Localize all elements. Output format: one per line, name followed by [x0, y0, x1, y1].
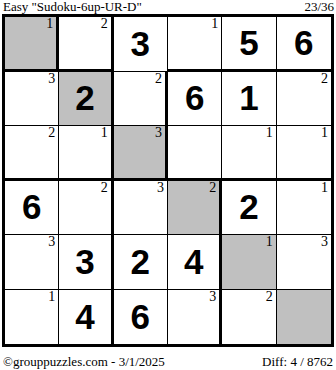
cell-r3c1[interactable]: 2	[5, 126, 59, 181]
pencil-hint: 2	[101, 16, 108, 32]
cell-r5c1[interactable]: 3	[5, 235, 59, 290]
cell-value: 2	[59, 72, 110, 126]
pencil-hint: 2	[101, 180, 108, 196]
cell-r2c3[interactable]: 2	[114, 72, 168, 127]
page-title: Easy "Sudoku-6up-UR-D"	[3, 0, 142, 13]
cell-r4c6[interactable]: 1	[277, 181, 331, 236]
pencil-hint: 3	[209, 289, 216, 305]
pencil-hint: 1	[266, 125, 273, 141]
cell-r6c1[interactable]: 1	[5, 290, 59, 345]
pencil-hint: 1	[46, 16, 53, 32]
cell-value: 6	[114, 290, 167, 345]
cell-r5c4[interactable]: 4	[168, 235, 222, 290]
sudoku-board: 1231563226122131162322133241314632	[2, 14, 334, 347]
cell-value: 6	[168, 72, 221, 126]
cell-r1c6[interactable]: 6	[277, 17, 331, 72]
cell-r5c3[interactable]: 2	[114, 235, 168, 290]
pencil-hint: 3	[157, 180, 164, 196]
cell-r1c2[interactable]: 2	[59, 17, 113, 72]
pencil-hint: 3	[48, 71, 55, 87]
cell-value: 3	[59, 235, 110, 289]
cell-r3c2[interactable]: 1	[59, 126, 113, 181]
pencil-hint: 2	[48, 125, 55, 141]
cell-r2c6[interactable]: 2	[277, 72, 331, 127]
cell-value: 2	[114, 235, 167, 289]
cell-r5c6[interactable]: 3	[277, 235, 331, 290]
pencil-hint: 1	[48, 289, 55, 305]
cell-r3c3[interactable]: 3	[114, 126, 168, 181]
cell-r4c3[interactable]: 3	[114, 181, 168, 236]
cell-r5c2[interactable]: 3	[59, 235, 113, 290]
cell-r3c5[interactable]: 1	[222, 126, 276, 181]
cell-r5c5[interactable]: 1	[222, 235, 276, 290]
cell-r1c4[interactable]: 1	[168, 17, 222, 72]
header: Easy "Sudoku-6up-UR-D" 23/36	[3, 0, 334, 14]
pencil-hint: 1	[211, 16, 218, 32]
pencil-hint: 1	[321, 125, 328, 141]
cell-r6c3[interactable]: 6	[114, 290, 168, 345]
pencil-hint: 2	[266, 289, 273, 305]
cell-r2c4[interactable]: 6	[168, 72, 222, 127]
cell-r2c5[interactable]: 1	[222, 72, 276, 127]
cell-r4c5[interactable]: 2	[222, 181, 276, 236]
cell-r6c6[interactable]	[277, 290, 331, 345]
cell-value: 4	[168, 235, 219, 289]
pencil-hint: 2	[209, 180, 216, 196]
cell-value: 4	[59, 290, 110, 345]
cell-r1c5[interactable]: 5	[222, 17, 276, 72]
cell-r6c4[interactable]: 3	[168, 290, 222, 345]
cell-r1c3[interactable]: 3	[114, 17, 168, 72]
cell-r4c4[interactable]: 2	[168, 181, 222, 236]
cell-value: 6	[5, 181, 58, 235]
cell-value: 6	[277, 17, 331, 69]
cell-r3c6[interactable]: 1	[277, 126, 331, 181]
footer: ©grouppuzzles.com - 3/1/2025 Diff: 4 / 8…	[3, 353, 333, 368]
progress-counter: 23/36	[304, 0, 334, 13]
copyright-text: ©grouppuzzles.com - 3/1/2025	[3, 355, 165, 368]
pencil-hint: 3	[321, 234, 328, 250]
cell-r2c2[interactable]: 2	[59, 72, 113, 127]
pencil-hint: 3	[48, 234, 55, 250]
pencil-hint: 3	[155, 125, 162, 141]
cell-r6c5[interactable]: 2	[222, 290, 276, 345]
pencil-hint: 2	[321, 71, 328, 87]
cell-r6c2[interactable]: 4	[59, 290, 113, 345]
cell-value: 3	[114, 17, 167, 71]
cell-r2c1[interactable]: 3	[5, 72, 59, 127]
cell-r4c1[interactable]: 6	[5, 181, 59, 236]
cell-r3c4[interactable]	[168, 126, 222, 181]
difficulty-text: Diff: 4 / 8762	[262, 355, 333, 368]
cell-value: 5	[222, 17, 275, 69]
pencil-hint: 2	[155, 71, 162, 87]
pencil-hint: 1	[266, 234, 273, 250]
cell-value: 2	[222, 181, 275, 235]
cell-value: 1	[222, 72, 275, 126]
cell-r4c2[interactable]: 2	[59, 181, 113, 236]
pencil-hint: 1	[321, 180, 328, 196]
cell-r1c1[interactable]: 1	[5, 17, 59, 72]
pencil-hint: 1	[101, 125, 108, 141]
